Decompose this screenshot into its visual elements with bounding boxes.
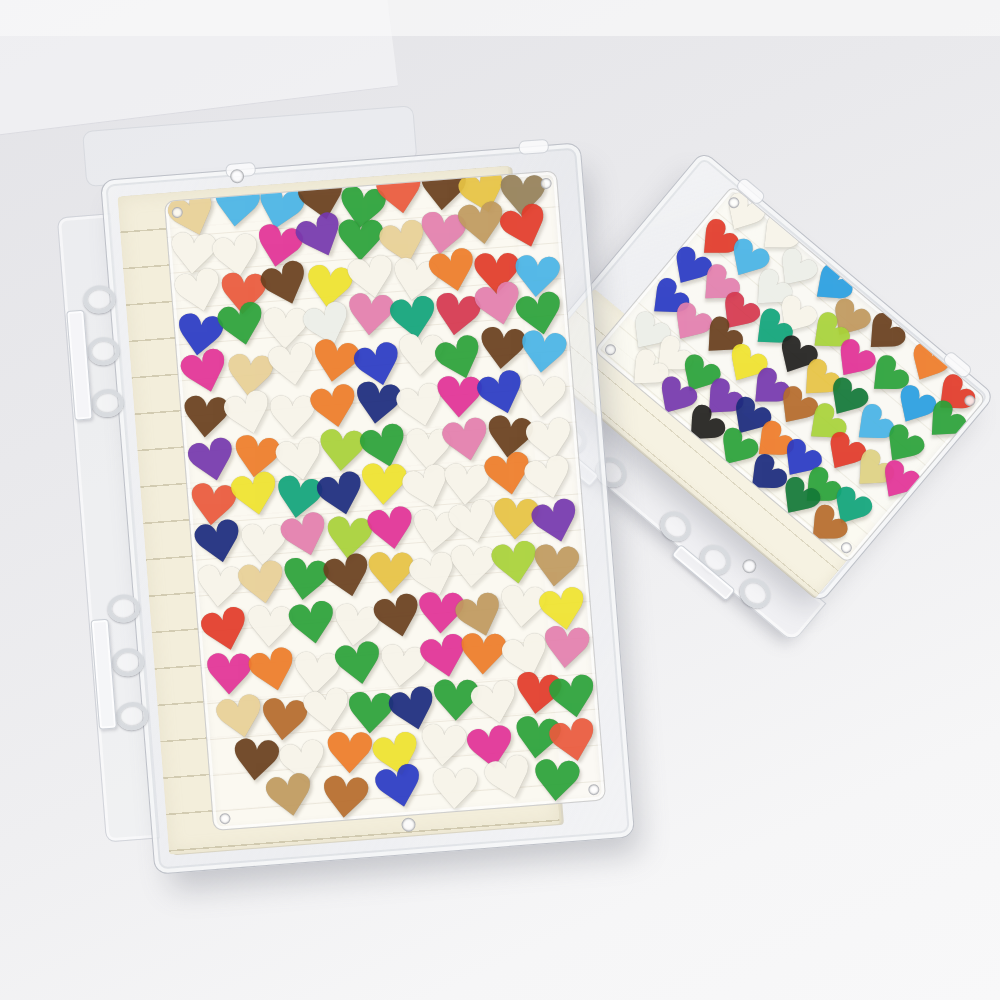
panel-screw <box>219 813 231 825</box>
panel-screw <box>588 784 600 796</box>
large-clear-binder: ♥♥♥♥♥♥♥♥♥♥♥♥♥♥♥♥♥♥♥♥♥♥♥♥♥♥♥♥♥♥♥♥♥♥♥♥♥♥♥♥… <box>100 142 633 873</box>
heart: ♥ <box>427 761 484 818</box>
photo-scene: ♥♥♥♥♥♥♥♥♥♥♥♥♥♥♥♥♥♥♥♥♥♥♥♥♥♥♥♥♥♥♥♥♥♥♥♥♥♥♥♥… <box>0 0 1000 1000</box>
hearts-pocket-panel: ♥♥♥♥♥♥♥♥♥♥♥♥♥♥♥♥♥♥♥♥♥♥♥♥♥♥♥♥♥♥♥♥♥♥♥♥♥♥♥♥… <box>164 170 606 831</box>
hinge-knuckle <box>518 139 549 155</box>
heart: ♥ <box>258 764 323 829</box>
